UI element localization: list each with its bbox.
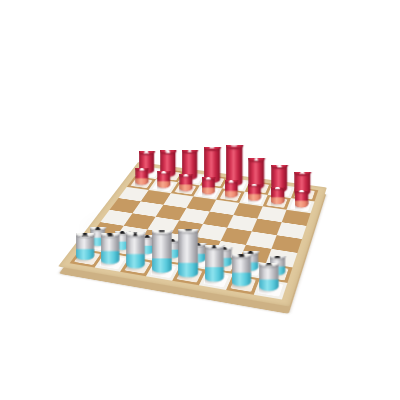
red-rook-icon: ♜ (138, 148, 155, 155)
silver-knight-icon: ♞ (100, 228, 121, 237)
red-pawn-icon: ♟ (134, 165, 149, 171)
piece-red-pawn-g7: ♟ (271, 187, 284, 204)
red-pawn-icon: ♟ (156, 168, 171, 174)
piece-silver-king-e1: ♚ (177, 229, 197, 278)
silver-bishop-icon: ♝ (125, 228, 146, 237)
silver-rook-icon: ♜ (258, 258, 280, 267)
chess-board: ♜♞♝♛♚♝♞♜♟♟♟♟♟♟♟♟♟♟♟♟♟♟♟♟♜♞♝♛♚♝♞♜ (58, 162, 327, 306)
piece-silver-rook-h1: ♜ (259, 263, 278, 291)
red-pawn-icon: ♟ (270, 183, 285, 189)
red-rook-icon: ♜ (293, 168, 311, 176)
piece-silver-knight-b1: ♞ (101, 233, 119, 264)
piece-silver-rook-a1: ♜ (76, 233, 94, 260)
red-queen-icon: ♛ (202, 143, 220, 151)
square-h1: ♜ (254, 279, 288, 300)
piece-red-pawn-e7: ♟ (224, 180, 237, 197)
silver-rook-icon: ♜ (75, 229, 95, 238)
silver-queen-icon: ♛ (150, 225, 172, 234)
piece-silver-knight-g1: ♞ (232, 254, 251, 287)
piece-red-pawn-c7: ♟ (179, 174, 192, 191)
piece-silver-queen-d1: ♛ (151, 230, 171, 273)
red-bishop-icon: ♝ (247, 155, 265, 163)
silver-king-icon: ♚ (176, 224, 198, 234)
red-pawn-icon: ♟ (293, 187, 308, 193)
silver-bishop-icon: ♝ (203, 240, 224, 249)
piece-red-pawn-b7: ♟ (157, 171, 170, 188)
silver-knight-icon: ♞ (231, 249, 252, 258)
piece-red-pawn-d7: ♟ (201, 177, 214, 194)
piece-silver-bishop-c1: ♝ (126, 233, 145, 269)
red-king-icon: ♚ (224, 141, 242, 149)
red-pawn-icon: ♟ (178, 171, 193, 177)
red-knight-icon: ♞ (159, 147, 176, 154)
red-bishop-icon: ♝ (181, 146, 198, 153)
piece-red-pawn-f7: ♟ (247, 183, 260, 200)
piece-red-pawn-a7: ♟ (135, 168, 148, 185)
square-f1: ♝ (199, 270, 233, 290)
chess-scene: ♜♞♝♛♚♝♞♜♟♟♟♟♟♟♟♟♟♟♟♟♟♟♟♟♜♞♝♛♚♝♞♜ (95, 116, 311, 332)
square-a4 (100, 210, 132, 226)
red-pawn-icon: ♟ (223, 177, 238, 183)
piece-silver-bishop-f1: ♝ (205, 245, 224, 282)
square-g4 (246, 231, 277, 248)
red-knight-icon: ♞ (270, 161, 288, 169)
red-pawn-icon: ♟ (200, 174, 215, 180)
piece-red-pawn-h7: ♟ (294, 190, 308, 207)
board-wooden-base: ♜♞♝♛♚♝♞♜♟♟♟♟♟♟♟♟♟♟♟♟♟♟♟♟♜♞♝♛♚♝♞♜ (58, 162, 327, 306)
square-b1: ♞ (95, 253, 130, 272)
red-pawn-icon: ♟ (246, 180, 261, 186)
